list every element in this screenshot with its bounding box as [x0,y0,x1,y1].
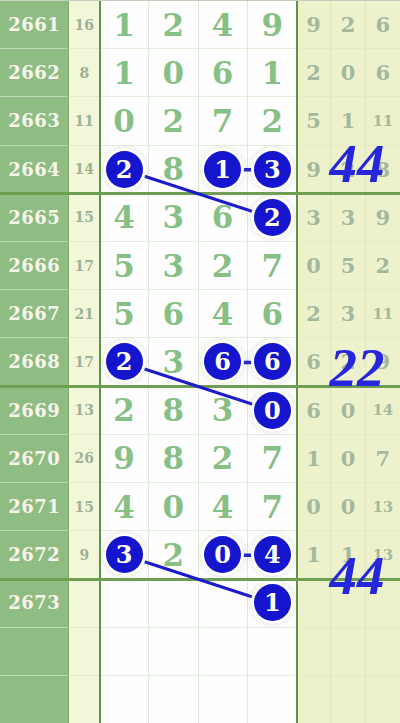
digit-cell: 8 [149,146,198,194]
stat-cell [331,676,365,723]
circled-digit: 6 [204,343,241,380]
stat-cell [366,579,400,627]
circled-digit: 2 [106,343,143,380]
row [0,628,400,676]
stat-cell: 8 [366,146,400,194]
stat-cell: 2 [297,49,331,97]
digit-cell: 6 [199,194,248,242]
stat-cell: 1 [331,531,365,579]
digit-cell: 8 [149,435,198,483]
digit-cell: 6 [149,290,198,338]
issue-cell: 2672 [0,531,69,579]
issue-cell: 2671 [0,483,69,531]
sum-cell: 13 [69,387,101,435]
digit-cell: 1 [248,49,297,97]
circled-digit: 3 [254,151,291,188]
stat-cell: 6 [297,387,331,435]
sum-cell: 16 [69,1,101,49]
sum-cell [69,628,101,676]
row: 266281061206 [0,49,400,97]
stat-cell: 2 [366,242,400,290]
issue-cell: 2667 [0,290,69,338]
row: 26691328306014 [0,387,400,435]
digit-cell: 0 [149,483,198,531]
row [0,676,400,723]
stat-cell: 3 [297,194,331,242]
stat-cell [366,676,400,723]
issue-cell: 2669 [0,387,69,435]
digit-cell: 6 [199,49,248,97]
stat-cell: 2 [331,1,365,49]
column-separator-main [99,1,101,723]
digit-cell: 3 [199,387,248,435]
digit-cell [149,628,198,676]
row: 2666175327052 [0,242,400,290]
stat-cell: 0 [331,387,365,435]
stat-cell: 13 [366,531,400,579]
stat-cell: 9 [366,338,400,386]
circled-digit: 1 [254,584,291,621]
stat-cell: 2 [331,338,365,386]
column-separator-stats [296,1,298,723]
digit-cell: 5 [100,242,149,290]
stat-cell: 6 [297,338,331,386]
sum-cell: 8 [69,49,101,97]
digit-cell: 4 [199,1,248,49]
digit-cell: 7 [248,483,297,531]
sum-cell [69,579,101,627]
digit-cell: 7 [248,242,297,290]
issue-cell: 2661 [0,1,69,49]
stat-cell: 3 [331,290,365,338]
issue-cell: 2664 [0,146,69,194]
stat-cell: 1 [297,435,331,483]
digit-cell [199,628,248,676]
row: 26631102725111 [0,97,400,145]
stat-cell: 9 [297,146,331,194]
circled-digit: 6 [254,343,291,380]
stat-cell: 3 [331,194,365,242]
digit-cell: 4 [100,483,149,531]
group-separator [0,578,400,581]
digit-cell: 2 [100,338,149,386]
digit-cell: 4 [199,483,248,531]
digit-cell: 3 [149,194,198,242]
sum-cell: 21 [69,290,101,338]
stat-cell: 7 [366,435,400,483]
circled-digit: 3 [106,536,143,573]
group-separator [0,385,400,388]
digit-cell: 1 [199,146,248,194]
stat-cell: 0 [297,483,331,531]
digit-cell: 4 [248,531,297,579]
digit-cell: 3 [149,242,198,290]
issue-cell: 2665 [0,194,69,242]
stat-cell: 5 [297,97,331,145]
stat-cell: 11 [366,290,400,338]
issue-cell: 2663 [0,97,69,145]
digit-cell: 3 [248,146,297,194]
stat-cell [331,628,365,676]
sum-cell: 9 [69,531,101,579]
digit-cell [199,579,248,627]
digit-cell: 2 [149,1,198,49]
row: 2672932041113 [0,531,400,579]
stat-cell [297,676,331,723]
row: 2668172366629 [0,338,400,386]
row: 26672156462311 [0,290,400,338]
digit-cell: 2 [199,435,248,483]
digit-cell: 3 [100,531,149,579]
stat-cell: 2 [331,146,365,194]
digit-cell: 0 [199,531,248,579]
circled-digit: 4 [254,536,291,573]
digit-cell: 1 [100,1,149,49]
digit-cell [248,676,297,723]
digit-cell [100,579,149,627]
digit-cell [149,676,198,723]
digit-cell: 9 [248,1,297,49]
digit-cell: 7 [248,435,297,483]
column-separator-sum [68,1,69,723]
stat-cell: 9 [297,1,331,49]
row: 2665154362339 [0,194,400,242]
stat-cell: 13 [366,483,400,531]
digit-cell: 4 [100,194,149,242]
stat-cell: 2 [297,290,331,338]
digit-cell [100,628,149,676]
digit-cell: 4 [199,290,248,338]
stat-cell: 0 [331,49,365,97]
sum-cell [69,676,101,723]
row: 26711540470013 [0,483,400,531]
circled-digit: 1 [204,151,241,188]
digit-cell: 6 [248,338,297,386]
digit-cell: 5 [100,290,149,338]
digit-cell: 0 [149,49,198,97]
digit-cell [248,628,297,676]
digit-cell: 3 [149,338,198,386]
stat-cell: 6 [366,1,400,49]
stat-cell [297,579,331,627]
sum-cell: 17 [69,338,101,386]
stat-cell [366,628,400,676]
digit-cell: 2 [199,242,248,290]
sum-cell: 15 [69,194,101,242]
digit-cell: 1 [100,49,149,97]
digit-cell: 1 [248,579,297,627]
digit-cell: 6 [248,290,297,338]
circled-digit: 0 [254,392,291,429]
digit-cell: 2 [149,97,198,145]
digit-cell: 2 [100,146,149,194]
digit-cell: 2 [149,531,198,579]
digit-cell: 0 [248,387,297,435]
group-separator [0,192,400,195]
stat-cell: 11 [366,97,400,145]
issue-cell: 2666 [0,242,69,290]
stat-cell: 14 [366,387,400,435]
circled-digit: 0 [204,536,241,573]
issue-cell: 2662 [0,49,69,97]
stat-cell: 5 [331,242,365,290]
stat-cell: 6 [366,49,400,97]
sum-cell: 11 [69,97,101,145]
stat-cell: 0 [331,435,365,483]
row: 2661161249926 [0,1,400,49]
row: 26731 [0,579,400,627]
digit-cell [100,676,149,723]
circled-digit: 2 [254,199,291,236]
stat-cell: 1 [331,97,365,145]
issue-cell: 2673 [0,579,69,627]
digit-cell: 2 [100,387,149,435]
digit-cell: 7 [199,97,248,145]
stat-cell: 0 [297,242,331,290]
sum-cell: 15 [69,483,101,531]
row: 2670269827107 [0,435,400,483]
stat-cell: 1 [297,531,331,579]
stat-cell: 0 [331,483,365,531]
issue-cell: 2668 [0,338,69,386]
stat-cell: 9 [366,194,400,242]
issue-cell: 2670 [0,435,69,483]
digit-cell [199,676,248,723]
sum-cell: 26 [69,435,101,483]
digit-cell: 0 [100,97,149,145]
digit-cell: 2 [248,194,297,242]
sum-cell: 17 [69,242,101,290]
digit-cell: 8 [149,387,198,435]
circled-digit: 2 [106,151,143,188]
stat-cell [297,628,331,676]
digit-cell [149,579,198,627]
row: 2664142813928 [0,146,400,194]
digit-cell: 9 [100,435,149,483]
issue-cell [0,676,69,723]
digit-cell: 6 [199,338,248,386]
issue-cell [0,628,69,676]
digit-cell: 2 [248,97,297,145]
lottery-trend-chart: 2661161249926266281061206266311027251112… [0,0,400,723]
sum-cell: 14 [69,146,101,194]
stat-cell [331,579,365,627]
